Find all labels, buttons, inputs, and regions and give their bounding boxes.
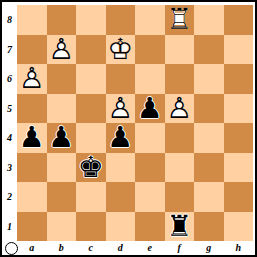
rank-label-2: 2 <box>3 182 16 212</box>
square-c3[interactable]: ♚ <box>76 153 106 183</box>
square-a1[interactable] <box>17 212 47 242</box>
white-rook-outline-icon: ♖ <box>165 5 195 35</box>
square-d7[interactable]: ♚♔ <box>106 35 136 65</box>
square-d5[interactable]: ♟♙ <box>106 94 136 124</box>
rank-label-7: 7 <box>3 35 16 65</box>
square-e6[interactable] <box>135 64 165 94</box>
square-g7[interactable] <box>194 35 224 65</box>
file-label-e: e <box>135 240 165 255</box>
white-pawn[interactable]: ♟ <box>165 94 195 124</box>
square-a7[interactable] <box>17 35 47 65</box>
square-d3[interactable] <box>106 153 136 183</box>
white-pawn-outline-icon: ♙ <box>106 94 136 124</box>
white-pawn-outline-icon: ♙ <box>17 64 47 94</box>
square-c1[interactable] <box>76 212 106 242</box>
square-a5[interactable] <box>17 94 47 124</box>
file-labels: abcdefgh <box>17 240 253 255</box>
square-f4[interactable] <box>165 123 195 153</box>
square-f2[interactable] <box>165 182 195 212</box>
square-g2[interactable] <box>194 182 224 212</box>
white-rook[interactable]: ♜ <box>165 5 195 35</box>
square-f5[interactable]: ♟♙ <box>165 94 195 124</box>
file-label-c: c <box>76 240 106 255</box>
square-h3[interactable] <box>224 153 254 183</box>
rank-label-5: 5 <box>3 94 16 124</box>
square-h6[interactable] <box>224 64 254 94</box>
square-b5[interactable] <box>47 94 77 124</box>
black-rook[interactable]: ♜ <box>165 212 195 242</box>
white-to-move-indicator <box>5 242 18 255</box>
black-pawn[interactable]: ♟ <box>135 94 165 124</box>
square-e7[interactable] <box>135 35 165 65</box>
square-g4[interactable] <box>194 123 224 153</box>
rank-label-4: 4 <box>3 123 16 153</box>
square-h1[interactable] <box>224 212 254 242</box>
white-pawn[interactable]: ♟ <box>47 35 77 65</box>
square-e1[interactable] <box>135 212 165 242</box>
square-d8[interactable] <box>106 5 136 35</box>
black-pawn[interactable]: ♟ <box>17 123 47 153</box>
square-e8[interactable] <box>135 5 165 35</box>
square-e4[interactable] <box>135 123 165 153</box>
black-pawn[interactable]: ♟ <box>106 123 136 153</box>
chess-board: ♜♖♟♙♚♔♟♙♟♙♟♟♙♟♟♟♚♜ <box>17 5 253 241</box>
black-king[interactable]: ♚ <box>76 153 106 183</box>
rank-label-3: 3 <box>3 153 16 183</box>
file-label-h: h <box>224 240 254 255</box>
square-g6[interactable] <box>194 64 224 94</box>
square-d4[interactable]: ♟ <box>106 123 136 153</box>
square-c5[interactable] <box>76 94 106 124</box>
square-d1[interactable] <box>106 212 136 242</box>
square-b8[interactable] <box>47 5 77 35</box>
white-pawn[interactable]: ♟ <box>106 94 136 124</box>
square-a3[interactable] <box>17 153 47 183</box>
square-h7[interactable] <box>224 35 254 65</box>
square-a4[interactable]: ♟ <box>17 123 47 153</box>
square-g8[interactable] <box>194 5 224 35</box>
square-b4[interactable]: ♟ <box>47 123 77 153</box>
rank-labels: 87654321 <box>3 5 16 241</box>
square-f8[interactable]: ♜♖ <box>165 5 195 35</box>
square-b1[interactable] <box>47 212 77 242</box>
file-label-b: b <box>47 240 77 255</box>
square-g3[interactable] <box>194 153 224 183</box>
white-pawn-outline-icon: ♙ <box>165 94 195 124</box>
square-c2[interactable] <box>76 182 106 212</box>
rank-label-6: 6 <box>3 64 16 94</box>
square-c8[interactable] <box>76 5 106 35</box>
square-f3[interactable] <box>165 153 195 183</box>
white-pawn-outline-icon: ♙ <box>47 35 77 65</box>
square-c7[interactable] <box>76 35 106 65</box>
square-g5[interactable] <box>194 94 224 124</box>
file-label-g: g <box>194 240 224 255</box>
white-pawn[interactable]: ♟ <box>17 64 47 94</box>
black-pawn[interactable]: ♟ <box>47 123 77 153</box>
file-label-a: a <box>17 240 47 255</box>
square-h8[interactable] <box>224 5 254 35</box>
square-d6[interactable] <box>106 64 136 94</box>
rank-label-8: 8 <box>3 5 16 35</box>
square-a8[interactable] <box>17 5 47 35</box>
square-b2[interactable] <box>47 182 77 212</box>
square-b7[interactable]: ♟♙ <box>47 35 77 65</box>
square-b6[interactable] <box>47 64 77 94</box>
square-h4[interactable] <box>224 123 254 153</box>
square-h5[interactable] <box>224 94 254 124</box>
square-f1[interactable]: ♜ <box>165 212 195 242</box>
white-king-outline-icon: ♔ <box>106 35 136 65</box>
white-king[interactable]: ♚ <box>106 35 136 65</box>
square-e2[interactable] <box>135 182 165 212</box>
square-e5[interactable]: ♟ <box>135 94 165 124</box>
square-g1[interactable] <box>194 212 224 242</box>
square-h2[interactable] <box>224 182 254 212</box>
square-a2[interactable] <box>17 182 47 212</box>
square-c4[interactable] <box>76 123 106 153</box>
square-e3[interactable] <box>135 153 165 183</box>
square-d2[interactable] <box>106 182 136 212</box>
rank-label-1: 1 <box>3 212 16 242</box>
square-b3[interactable] <box>47 153 77 183</box>
square-f6[interactable] <box>165 64 195 94</box>
square-a6[interactable]: ♟♙ <box>17 64 47 94</box>
file-label-d: d <box>106 240 136 255</box>
chess-diagram: 87654321 ♜♖♟♙♚♔♟♙♟♙♟♟♙♟♟♟♚♜ abcdefgh <box>0 0 257 257</box>
file-label-f: f <box>165 240 195 255</box>
square-c6[interactable] <box>76 64 106 94</box>
square-f7[interactable] <box>165 35 195 65</box>
